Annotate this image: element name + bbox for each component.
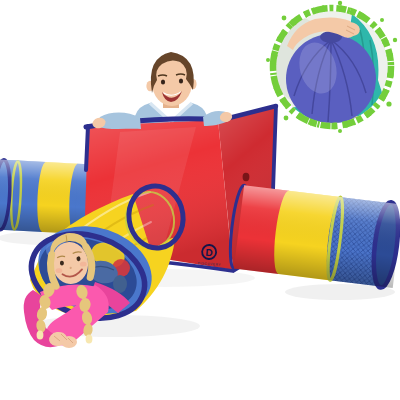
cube-vent-hole [243, 173, 250, 181]
product-photo: D DISCOVERY [0, 0, 400, 400]
logo-mark: D [205, 247, 213, 258]
boy-left-eye [161, 80, 165, 85]
girl-braid-tie [37, 330, 44, 339]
cube-left-edge-trim [86, 126, 88, 170]
boy-right-eye [179, 79, 183, 84]
girl-braid-tie [86, 334, 93, 343]
play-tent-scene: D DISCOVERY [0, 0, 400, 400]
